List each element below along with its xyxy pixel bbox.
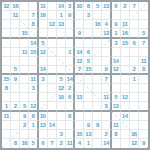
cell-r9c16[interactable] (139, 75, 148, 84)
cell-r2c7[interactable]: 1 (57, 11, 66, 20)
cell-r2c9[interactable] (75, 11, 84, 20)
cell-r11c8[interactable]: 6 (66, 93, 75, 102)
cell-r15c10[interactable]: 13 (84, 130, 93, 139)
cell-r15c9[interactable]: 15 (75, 130, 84, 139)
cell-r9c13[interactable] (112, 75, 121, 84)
cell-r16c14[interactable] (121, 139, 130, 148)
cell-r9c2[interactable]: 9 (11, 75, 20, 84)
cell-r8c2[interactable]: 5 (11, 66, 20, 75)
cell-r6c6[interactable] (48, 48, 57, 57)
cell-r8c12[interactable]: 9 (102, 66, 111, 75)
cell-r12c3[interactable]: 5 (20, 102, 29, 111)
cell-r12c10[interactable] (84, 102, 93, 111)
cell-r13c2[interactable] (11, 112, 20, 121)
cell-r1c10[interactable]: 8 (84, 2, 93, 11)
cell-r15c8[interactable] (66, 130, 75, 139)
cell-r11c16[interactable] (139, 93, 148, 102)
cell-r15c15[interactable]: 16 (130, 130, 139, 139)
cell-r3c5[interactable] (39, 20, 48, 29)
cell-r12c1[interactable]: 1 (2, 102, 11, 111)
cell-r15c13[interactable]: 8 (112, 130, 121, 139)
cell-r16c16[interactable]: 9 (139, 139, 148, 148)
cell-r8c1[interactable] (2, 66, 11, 75)
cell-r11c13[interactable]: 5 (112, 93, 121, 102)
cell-r9c14[interactable] (121, 75, 130, 84)
cell-r5c6[interactable] (48, 39, 57, 48)
cell-r9c8[interactable]: 14 (66, 75, 75, 84)
cell-r9c1[interactable]: 15 (2, 75, 11, 84)
cell-r6c4[interactable]: 15 (29, 48, 38, 57)
cell-r14c5[interactable]: 13 (39, 121, 48, 130)
cell-r12c15[interactable] (130, 102, 139, 111)
cell-r2c5[interactable]: 16 (39, 11, 48, 20)
cell-r1c3[interactable] (20, 2, 29, 11)
cell-r6c7[interactable] (57, 48, 66, 57)
cell-r3c1[interactable] (2, 20, 11, 29)
cell-r11c10[interactable] (84, 93, 93, 102)
cell-r10c14[interactable] (121, 84, 130, 93)
cell-r3c10[interactable] (84, 20, 93, 29)
cell-r3c4[interactable]: 8 (29, 20, 38, 29)
cell-r4c7[interactable] (57, 29, 66, 38)
cell-r1c4[interactable] (29, 2, 38, 11)
cell-r12c14[interactable] (121, 102, 130, 111)
cell-r12c2[interactable]: 2 (11, 102, 20, 111)
cell-r3c9[interactable] (75, 20, 84, 29)
cell-r14c10[interactable]: 9 (84, 121, 93, 130)
cell-r2c8[interactable]: 9 (66, 11, 75, 20)
cell-r1c8[interactable]: 3 (66, 2, 75, 11)
cell-r4c4[interactable] (29, 29, 38, 38)
cell-r2c14[interactable] (121, 11, 130, 20)
cell-r15c11[interactable] (93, 130, 102, 139)
cell-r11c1[interactable] (2, 93, 11, 102)
cell-r1c11[interactable]: 5 (93, 2, 102, 11)
cell-r13c8[interactable]: 8 (66, 112, 75, 121)
cell-r16c12[interactable]: 14 (102, 139, 111, 148)
cell-r2c11[interactable] (93, 11, 102, 20)
cell-r4c5[interactable] (39, 29, 48, 38)
cell-r6c11[interactable] (93, 48, 102, 57)
cell-r15c16[interactable] (139, 130, 148, 139)
cell-r7c7[interactable] (57, 57, 66, 66)
cell-r16c15[interactable]: 12 (130, 139, 139, 148)
cell-r16c13[interactable] (112, 139, 121, 148)
cell-r10c6[interactable] (48, 84, 57, 93)
cell-r2c15[interactable] (130, 11, 139, 20)
cell-r3c2[interactable] (11, 20, 20, 29)
cell-r8c7[interactable] (57, 66, 66, 75)
cell-r16c4[interactable]: 5 (29, 139, 38, 148)
cell-r16c2[interactable]: 8 (11, 139, 20, 148)
cell-r6c16[interactable] (139, 48, 148, 57)
cell-r13c9[interactable] (75, 112, 84, 121)
cell-r7c8[interactable] (66, 57, 75, 66)
cell-r12c11[interactable] (93, 102, 102, 111)
cell-r6c1[interactable] (2, 48, 11, 57)
cell-r5c1[interactable] (2, 39, 11, 48)
cell-r11c12[interactable]: 11 (102, 93, 111, 102)
cell-r5c11[interactable] (93, 39, 102, 48)
cell-r8c14[interactable] (121, 66, 130, 75)
cell-r15c2[interactable] (11, 130, 20, 139)
cell-r7c12[interactable] (102, 57, 111, 66)
cell-r13c7[interactable] (57, 112, 66, 121)
cell-r1c12[interactable]: 13 (102, 2, 111, 11)
cell-r11c14[interactable]: 12 (121, 93, 130, 102)
cell-r9c5[interactable]: 3 (39, 75, 48, 84)
cell-r13c12[interactable] (102, 112, 111, 121)
cell-r6c3[interactable]: 11 (20, 48, 29, 57)
cell-r14c11[interactable]: 8 (93, 121, 102, 130)
cell-r13c6[interactable] (48, 112, 57, 121)
cell-r6c10[interactable]: 6 (84, 48, 93, 57)
cell-r16c9[interactable]: 4 (75, 139, 84, 148)
cell-r5c14[interactable]: 15 (121, 39, 130, 48)
cell-r10c15[interactable] (130, 84, 139, 93)
sudoku-board: 1216111431085136271171619381213164911159… (0, 0, 150, 150)
cell-r8c3[interactable] (20, 66, 29, 75)
cell-r3c11[interactable]: 16 (93, 20, 102, 29)
cell-r13c13[interactable] (112, 112, 121, 121)
cell-r7c11[interactable] (93, 57, 102, 66)
cell-r11c9[interactable]: 13 (75, 93, 84, 102)
cell-r9c4[interactable]: 11 (29, 75, 38, 84)
cell-r14c3[interactable]: 2 (20, 121, 29, 130)
cell-r16c11[interactable] (93, 139, 102, 148)
cell-r13c4[interactable]: 6 (29, 112, 38, 121)
cell-r1c16[interactable] (139, 2, 148, 11)
cell-r7c6[interactable] (48, 57, 57, 66)
cell-r8c5[interactable]: 14 (39, 66, 48, 75)
cell-r16c3[interactable]: 16 (20, 139, 29, 148)
cell-r10c1[interactable]: 8 (2, 84, 11, 93)
cell-r6c2[interactable] (11, 48, 20, 57)
cell-r1c14[interactable]: 2 (121, 2, 130, 11)
cell-r13c5[interactable]: 10 (39, 112, 48, 121)
cell-r2c12[interactable] (102, 11, 111, 20)
cell-r4c9[interactable]: 9 (75, 29, 84, 38)
cell-r14c14[interactable] (121, 121, 130, 130)
cell-r15c4[interactable] (29, 130, 38, 139)
cell-r3c3[interactable] (20, 20, 29, 29)
cell-r16c1[interactable] (2, 139, 11, 148)
cell-r1c1[interactable]: 12 (2, 2, 11, 11)
cell-r5c5[interactable]: 5 (39, 39, 48, 48)
cell-r10c9[interactable] (75, 84, 84, 93)
cell-r11c6[interactable] (48, 93, 57, 102)
cell-r9c6[interactable] (48, 75, 57, 84)
cell-r2c6[interactable] (48, 11, 57, 20)
cell-r11c7[interactable]: 10 (57, 93, 66, 102)
cell-r3c7[interactable]: 13 (57, 20, 66, 29)
cell-r10c8[interactable]: 2 (66, 84, 75, 93)
cell-r5c9[interactable] (75, 39, 84, 48)
cell-r3c16[interactable] (139, 20, 148, 29)
cell-r12c16[interactable] (139, 102, 148, 111)
cell-r5c7[interactable] (57, 39, 66, 48)
cell-r4c16[interactable]: 5 (139, 29, 148, 38)
cell-r4c11[interactable] (93, 29, 102, 38)
cell-r1c15[interactable]: 7 (130, 2, 139, 11)
cell-r9c11[interactable] (93, 75, 102, 84)
cell-r10c5[interactable] (39, 84, 48, 93)
cell-r5c8[interactable] (66, 39, 75, 48)
cell-r1c2[interactable]: 16 (11, 2, 20, 11)
cell-r13c11[interactable] (93, 112, 102, 121)
cell-r8c16[interactable]: 8 (139, 66, 148, 75)
cell-r1c9[interactable]: 10 (75, 2, 84, 11)
cell-r16c8[interactable]: 11 (66, 139, 75, 148)
cell-r2c10[interactable]: 3 (84, 11, 93, 20)
cell-r12c13[interactable]: 13 (112, 102, 121, 111)
cell-r15c12[interactable]: 2 (102, 130, 111, 139)
cell-r9c10[interactable] (84, 75, 93, 84)
cell-r14c16[interactable] (139, 121, 148, 130)
cell-r4c10[interactable] (84, 29, 93, 38)
cell-r8c4[interactable] (29, 66, 38, 75)
cell-r4c15[interactable] (130, 29, 139, 38)
cell-r6c5[interactable]: 12 (39, 48, 48, 57)
cell-r14c2[interactable] (11, 121, 20, 130)
cell-r4c1[interactable] (2, 29, 11, 38)
cell-r10c4[interactable]: 3 (29, 84, 38, 93)
cell-r4c13[interactable]: 1 (112, 29, 121, 38)
cell-r13c15[interactable] (130, 112, 139, 121)
cell-r4c12[interactable]: 12 (102, 29, 111, 38)
cell-r8c11[interactable] (93, 66, 102, 75)
cell-r16c6[interactable]: 7 (48, 139, 57, 148)
cell-r7c10[interactable]: 5 (84, 57, 93, 66)
cell-r1c7[interactable]: 14 (57, 2, 66, 11)
cell-r6c14[interactable] (121, 48, 130, 57)
cell-r12c4[interactable]: 12 (29, 102, 38, 111)
cell-r6c15[interactable] (130, 48, 139, 57)
sudoku-grid: 1216111431085136271171619381213164911159… (2, 2, 148, 148)
cell-r2c2[interactable]: 11 (11, 11, 20, 20)
cell-r5c2[interactable] (11, 39, 20, 48)
cell-r10c12[interactable] (102, 84, 111, 93)
cell-r14c12[interactable] (102, 121, 111, 130)
cell-r9c12[interactable]: 7 (102, 75, 111, 84)
cell-r10c2[interactable] (11, 84, 20, 93)
cell-r5c10[interactable] (84, 39, 93, 48)
cell-r15c5[interactable] (39, 130, 48, 139)
cell-r10c11[interactable] (93, 84, 102, 93)
cell-r14c1[interactable] (2, 121, 11, 130)
cell-r14c8[interactable] (66, 121, 75, 130)
cell-r14c6[interactable]: 14 (48, 121, 57, 130)
cell-r7c2[interactable] (11, 57, 20, 66)
cell-r8c15[interactable]: 2 (130, 66, 139, 75)
cell-r2c16[interactable] (139, 11, 148, 20)
cell-r8c10[interactable]: 15 (84, 66, 93, 75)
cell-r5c4[interactable]: 14 (29, 39, 38, 48)
cell-r5c16[interactable]: 7 (139, 39, 148, 48)
cell-r3c14[interactable]: 11 (121, 20, 130, 29)
cell-r12c8[interactable] (66, 102, 75, 111)
cell-r16c7[interactable]: 2 (57, 139, 66, 148)
cell-r15c1[interactable] (2, 130, 11, 139)
cell-r2c1[interactable] (2, 11, 11, 20)
cell-r16c5[interactable]: 6 (39, 139, 48, 148)
cell-r7c1[interactable] (2, 57, 11, 66)
cell-r8c6[interactable] (48, 66, 57, 75)
cell-r12c7[interactable] (57, 102, 66, 111)
cell-r7c9[interactable]: 12 (75, 57, 84, 66)
cell-r2c3[interactable] (20, 11, 29, 20)
cell-r7c3[interactable] (20, 57, 29, 66)
cell-r14c15[interactable] (130, 121, 139, 130)
cell-r5c3[interactable] (20, 39, 29, 48)
cell-r7c13[interactable]: 14 (112, 57, 121, 66)
cell-r3c8[interactable] (66, 20, 75, 29)
cell-r12c5[interactable] (39, 102, 48, 111)
cell-r3c15[interactable] (130, 20, 139, 29)
cell-r4c2[interactable] (11, 29, 20, 38)
cell-r8c9[interactable]: 7 (75, 66, 84, 75)
cell-r8c8[interactable] (66, 66, 75, 75)
cell-r5c13[interactable]: 3 (112, 39, 121, 48)
cell-r2c4[interactable]: 7 (29, 11, 38, 20)
cell-r9c9[interactable] (75, 75, 84, 84)
cell-r14c13[interactable]: 11 (112, 121, 121, 130)
cell-r13c10[interactable] (84, 112, 93, 121)
cell-r14c4[interactable]: 1 (29, 121, 38, 130)
cell-r10c13[interactable] (112, 84, 121, 93)
cell-r7c15[interactable] (130, 57, 139, 66)
cell-r15c14[interactable] (121, 130, 130, 139)
cell-r15c6[interactable] (48, 130, 57, 139)
cell-r1c5[interactable]: 11 (39, 2, 48, 11)
cell-r11c15[interactable] (130, 93, 139, 102)
cell-r12c12[interactable]: 3 (102, 102, 111, 111)
cell-r9c15[interactable]: 1 (130, 75, 139, 84)
cell-r7c5[interactable] (39, 57, 48, 66)
cell-r15c3[interactable] (20, 130, 29, 139)
cell-r13c1[interactable]: 11 (2, 112, 11, 121)
cell-r3c12[interactable]: 4 (102, 20, 111, 29)
cell-r6c9[interactable]: 14 (75, 48, 84, 57)
cell-r13c3[interactable]: 9 (20, 112, 29, 121)
cell-r4c6[interactable] (48, 29, 57, 38)
cell-r14c9[interactable] (75, 121, 84, 130)
cell-r3c6[interactable]: 12 (48, 20, 57, 29)
cell-r1c6[interactable] (48, 2, 57, 11)
cell-r10c7[interactable]: 12 (57, 84, 66, 93)
cell-r4c3[interactable]: 15 (20, 29, 29, 38)
cell-r5c12[interactable] (102, 39, 111, 48)
cell-r9c7[interactable]: 5 (57, 75, 66, 84)
cell-r10c16[interactable] (139, 84, 148, 93)
cell-r5c15[interactable]: 6 (130, 39, 139, 48)
cell-r15c7[interactable]: 3 (57, 130, 66, 139)
cell-r4c14[interactable]: 16 (121, 29, 130, 38)
cell-r14c7[interactable] (57, 121, 66, 130)
cell-r11c5[interactable] (39, 93, 48, 102)
cell-r6c13[interactable] (112, 48, 121, 57)
cell-r13c16[interactable] (139, 112, 148, 121)
cell-r3c13[interactable]: 9 (112, 20, 121, 29)
cell-r9c3[interactable] (20, 75, 29, 84)
cell-r12c9[interactable] (75, 102, 84, 111)
cell-r7c4[interactable] (29, 57, 38, 66)
cell-r10c10[interactable] (84, 84, 93, 93)
cell-r11c4[interactable] (29, 93, 38, 102)
cell-r8c13[interactable]: 12 (112, 66, 121, 75)
cell-r6c12[interactable] (102, 48, 111, 57)
cell-r13c14[interactable]: 14 (121, 112, 130, 121)
cell-r7c16[interactable]: 11 (139, 57, 148, 66)
cell-r4c8[interactable] (66, 29, 75, 38)
cell-r11c11[interactable] (93, 93, 102, 102)
cell-r6c8[interactable]: 1 (66, 48, 75, 57)
cell-r1c13[interactable]: 6 (112, 2, 121, 11)
cell-r7c14[interactable] (121, 57, 130, 66)
cell-r11c3[interactable] (20, 93, 29, 102)
cell-r16c10[interactable]: 1 (84, 139, 93, 148)
cell-r10c3[interactable] (20, 84, 29, 93)
cell-r2c13[interactable] (112, 11, 121, 20)
cell-r12c6[interactable] (48, 102, 57, 111)
cell-r11c2[interactable] (11, 93, 20, 102)
